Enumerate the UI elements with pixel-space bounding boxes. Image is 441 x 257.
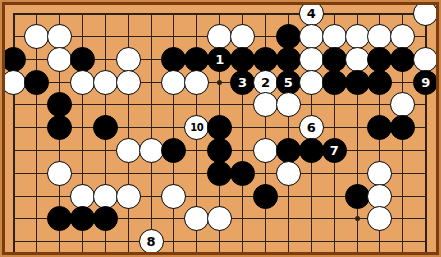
stone-white: [207, 206, 232, 231]
stone-black: [276, 138, 301, 163]
stone-black: [47, 206, 72, 231]
stone-white: [47, 24, 72, 49]
stone-black: [390, 115, 415, 140]
move-number: 6: [307, 121, 316, 134]
stone-white: [299, 24, 324, 49]
stone-black: [70, 47, 95, 72]
stone-white: [161, 70, 186, 95]
stone-white: [345, 24, 370, 49]
stone-white: [139, 138, 164, 163]
stone-black: [24, 70, 49, 95]
go-board: 41325910678: [2, 2, 439, 255]
stone-white: 2: [253, 70, 278, 95]
stone-white: 6: [299, 115, 324, 140]
stone-white: [207, 24, 232, 49]
stone-black: [161, 138, 186, 163]
stone-black: [253, 47, 278, 72]
stone-black: [93, 206, 118, 231]
stone-black: [276, 24, 301, 49]
stone-black: [2, 47, 26, 72]
stone-white: [93, 184, 118, 209]
stone-white: [253, 92, 278, 117]
stone-white: [276, 92, 301, 117]
move-number: 4: [307, 7, 316, 20]
stone-white: [2, 70, 26, 95]
stone-black: [322, 70, 347, 95]
stone-black: 7: [322, 138, 347, 163]
stone-white: [276, 161, 301, 186]
stone-white: [24, 24, 49, 49]
stone-black: [93, 115, 118, 140]
stone-white: [390, 92, 415, 117]
move-number: 1: [215, 53, 224, 66]
grid-line: [13, 241, 427, 242]
stone-white: [253, 138, 278, 163]
stone-black: [47, 92, 72, 117]
stone-white: [390, 24, 415, 49]
hoshi-point: [355, 216, 360, 221]
stone-white: [70, 184, 95, 209]
stone-black: [253, 184, 278, 209]
stone-black: 3: [230, 70, 255, 95]
stone-black: [345, 184, 370, 209]
move-number: 8: [147, 235, 156, 248]
stone-black: 5: [276, 70, 301, 95]
stone-white: [367, 24, 392, 49]
move-number: 9: [421, 76, 430, 89]
grid-line: [13, 104, 427, 105]
stone-white: [184, 70, 209, 95]
stone-black: [367, 70, 392, 95]
stone-black: [230, 47, 255, 72]
move-number: 2: [261, 76, 270, 89]
stone-black: 9: [413, 70, 438, 95]
stone-white: [367, 161, 392, 186]
stone-black: [207, 161, 232, 186]
stone-white: [47, 161, 72, 186]
stone-black: [184, 47, 209, 72]
stone-white: [367, 206, 392, 231]
stone-white: 10: [184, 115, 209, 140]
stone-white: [116, 138, 141, 163]
stone-white: [116, 184, 141, 209]
stone-white: [367, 184, 392, 209]
stone-white: [184, 206, 209, 231]
hoshi-point: [217, 80, 222, 85]
move-number: 5: [284, 76, 293, 89]
board-frame: 41325910678: [0, 0, 441, 257]
stone-white: [299, 70, 324, 95]
stone-black: [367, 47, 392, 72]
grid-line: [13, 13, 427, 15]
move-number: 7: [330, 144, 339, 157]
stone-black: [299, 138, 324, 163]
stone-white: [47, 47, 72, 72]
stone-black: [322, 47, 347, 72]
stone-white: [116, 70, 141, 95]
stone-black: [207, 138, 232, 163]
stone-white: [116, 47, 141, 72]
stone-white: [230, 24, 255, 49]
stone-white: [413, 47, 438, 72]
stone-white: 4: [299, 2, 324, 26]
stone-black: [390, 47, 415, 72]
stone-white: [413, 2, 438, 26]
stone-white: [299, 47, 324, 72]
stone-white: [322, 24, 347, 49]
stone-white: [161, 184, 186, 209]
stone-black: [230, 161, 255, 186]
stone-black: [70, 206, 95, 231]
stone-black: [47, 115, 72, 140]
grid-line: [151, 13, 152, 252]
stone-black: [207, 115, 232, 140]
move-number: 10: [190, 123, 203, 133]
stone-black: [161, 47, 186, 72]
stone-black: [345, 70, 370, 95]
stone-black: 1: [207, 47, 232, 72]
stone-black: [276, 47, 301, 72]
stone-black: [367, 115, 392, 140]
move-number: 3: [238, 76, 247, 89]
stone-white: [345, 47, 370, 72]
stone-white: [70, 70, 95, 95]
stone-white: [93, 70, 118, 95]
stone-white: 8: [139, 229, 164, 254]
